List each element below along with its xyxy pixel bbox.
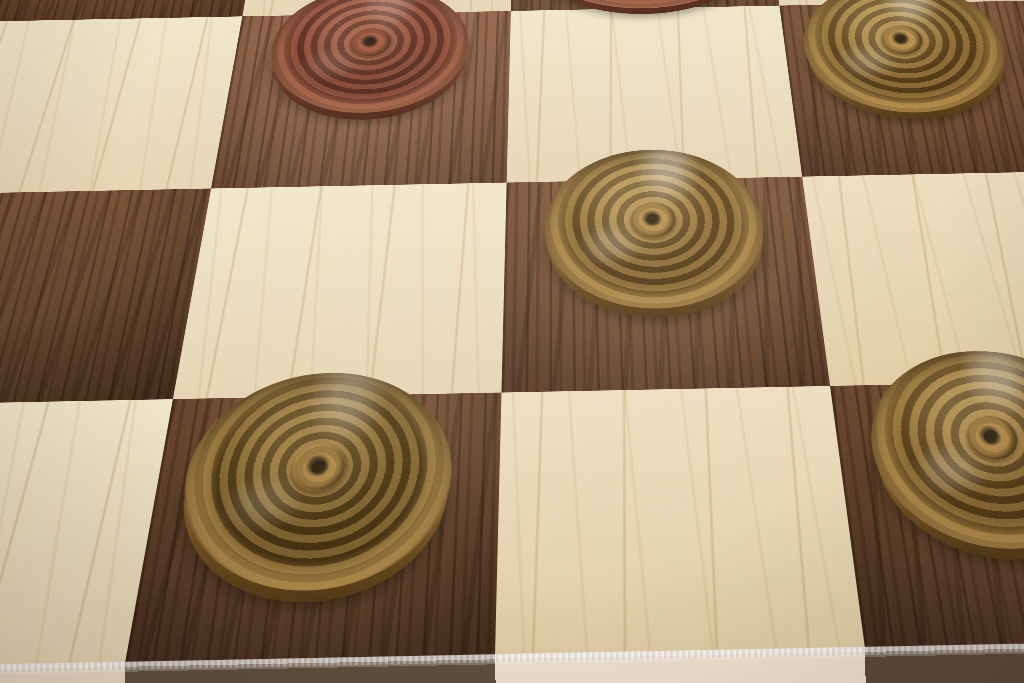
checkers-board-photo bbox=[0, 0, 1024, 683]
board-square-r3c1-light bbox=[173, 183, 507, 400]
checker-piece-golden bbox=[858, 349, 1024, 552]
checker-piece-golden bbox=[166, 370, 456, 593]
checkers-board bbox=[0, 0, 1024, 670]
perspective-layer bbox=[0, 0, 1024, 683]
board-square-r2c3-dark bbox=[779, 0, 1024, 176]
checker-piece-golden bbox=[795, 0, 1020, 114]
board-square-r2c0-light bbox=[0, 16, 242, 194]
board-square-r4c1-dark bbox=[125, 393, 501, 663]
piece-top-rings bbox=[858, 349, 1024, 552]
board-square-r2c1-dark bbox=[211, 11, 511, 189]
checker-piece-golden bbox=[545, 148, 772, 311]
board-square-r3c2-dark bbox=[501, 177, 830, 393]
board-square-r4c3-dark bbox=[830, 379, 1024, 648]
board-square-r4c2-light bbox=[495, 386, 865, 655]
camera-tilt-layer bbox=[0, 0, 1024, 683]
checker-piece-mahogany bbox=[261, 0, 472, 115]
